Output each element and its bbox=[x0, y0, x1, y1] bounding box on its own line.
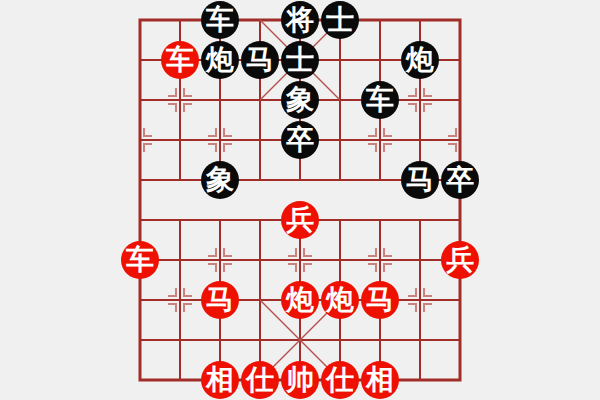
piece-glyph: 仕 bbox=[246, 366, 274, 394]
board-point bbox=[240, 200, 280, 240]
board-point bbox=[200, 240, 240, 280]
piece-black-advisor[interactable]: 士 bbox=[321, 1, 359, 39]
board-point bbox=[440, 280, 480, 320]
piece-black-elephant[interactable]: 象 bbox=[201, 161, 239, 199]
board-point bbox=[120, 280, 160, 320]
board-point bbox=[160, 80, 200, 120]
board-point bbox=[240, 280, 280, 320]
piece-glyph: 车 bbox=[206, 6, 234, 34]
board-point: 炮 bbox=[280, 280, 320, 320]
board-point bbox=[240, 240, 280, 280]
board-point: 马 bbox=[240, 40, 280, 80]
xiangqi-board: 车将士车炮马士炮象车卒象马卒兵车兵马炮炮马相仕帅仕相 bbox=[120, 0, 480, 400]
board-point: 炮 bbox=[320, 280, 360, 320]
board-point: 马 bbox=[360, 280, 400, 320]
board-point bbox=[120, 160, 160, 200]
board-point: 炮 bbox=[400, 40, 440, 80]
board-point bbox=[360, 40, 400, 80]
board-point bbox=[120, 0, 160, 40]
board-point: 象 bbox=[280, 80, 320, 120]
piece-red-cannon[interactable]: 炮 bbox=[281, 281, 319, 319]
board-point bbox=[160, 320, 200, 360]
piece-black-soldier[interactable]: 卒 bbox=[281, 121, 319, 159]
board-point: 仕 bbox=[320, 360, 360, 400]
board-point bbox=[120, 200, 160, 240]
piece-red-horse[interactable]: 马 bbox=[201, 281, 239, 319]
piece-glyph: 炮 bbox=[326, 286, 354, 314]
board-point bbox=[280, 240, 320, 280]
piece-glyph: 马 bbox=[406, 166, 434, 194]
board-point: 相 bbox=[200, 360, 240, 400]
board-point bbox=[440, 40, 480, 80]
piece-glyph: 炮 bbox=[206, 46, 234, 74]
piece-red-elephant[interactable]: 相 bbox=[201, 361, 239, 399]
piece-glyph: 帅 bbox=[286, 366, 314, 394]
board-point bbox=[440, 200, 480, 240]
board-point bbox=[440, 360, 480, 400]
piece-glyph: 卒 bbox=[446, 166, 474, 194]
board-point bbox=[120, 360, 160, 400]
board-point: 兵 bbox=[440, 240, 480, 280]
board-point bbox=[360, 0, 400, 40]
piece-glyph: 相 bbox=[206, 366, 234, 394]
piece-glyph: 士 bbox=[286, 46, 314, 74]
board-point bbox=[400, 280, 440, 320]
board-point bbox=[440, 320, 480, 360]
piece-red-advisor[interactable]: 仕 bbox=[241, 361, 279, 399]
board-point bbox=[200, 80, 240, 120]
piece-black-cannon[interactable]: 炮 bbox=[401, 41, 439, 79]
board-point: 炮 bbox=[200, 40, 240, 80]
board-point bbox=[160, 160, 200, 200]
board-point bbox=[200, 120, 240, 160]
board-point bbox=[160, 280, 200, 320]
piece-red-cannon[interactable]: 炮 bbox=[321, 281, 359, 319]
board-point bbox=[160, 240, 200, 280]
piece-black-chariot[interactable]: 车 bbox=[361, 81, 399, 119]
board-point bbox=[400, 240, 440, 280]
piece-glyph: 车 bbox=[126, 246, 154, 274]
board-point bbox=[160, 200, 200, 240]
piece-black-elephant[interactable]: 象 bbox=[281, 81, 319, 119]
piece-black-horse[interactable]: 马 bbox=[241, 41, 279, 79]
piece-black-horse[interactable]: 马 bbox=[401, 161, 439, 199]
board-point bbox=[320, 200, 360, 240]
piece-black-chariot[interactable]: 车 bbox=[201, 1, 239, 39]
board-point bbox=[320, 320, 360, 360]
board-point: 兵 bbox=[280, 200, 320, 240]
piece-glyph: 马 bbox=[206, 286, 234, 314]
board-point: 相 bbox=[360, 360, 400, 400]
board-point bbox=[320, 240, 360, 280]
board-point: 象 bbox=[200, 160, 240, 200]
piece-black-general[interactable]: 将 bbox=[281, 1, 319, 39]
piece-red-general[interactable]: 帅 bbox=[281, 361, 319, 399]
piece-red-soldier[interactable]: 兵 bbox=[441, 241, 479, 279]
board-point bbox=[320, 160, 360, 200]
board-point bbox=[400, 200, 440, 240]
piece-glyph: 兵 bbox=[446, 246, 474, 274]
piece-red-soldier[interactable]: 兵 bbox=[281, 201, 319, 239]
board-point: 车 bbox=[160, 40, 200, 80]
board-point bbox=[240, 320, 280, 360]
board-point bbox=[400, 120, 440, 160]
piece-glyph: 车 bbox=[166, 46, 194, 74]
board-point bbox=[360, 200, 400, 240]
board-point bbox=[440, 120, 480, 160]
board-point bbox=[280, 160, 320, 200]
board-point: 卒 bbox=[280, 120, 320, 160]
piece-glyph: 士 bbox=[326, 6, 354, 34]
board-point: 士 bbox=[320, 0, 360, 40]
board-point bbox=[400, 0, 440, 40]
piece-glyph: 炮 bbox=[286, 286, 314, 314]
piece-red-elephant[interactable]: 相 bbox=[361, 361, 399, 399]
board-point bbox=[120, 40, 160, 80]
board-point bbox=[280, 320, 320, 360]
board-point: 仕 bbox=[240, 360, 280, 400]
piece-glyph: 马 bbox=[366, 286, 394, 314]
board-point bbox=[240, 120, 280, 160]
board-point bbox=[360, 120, 400, 160]
piece-glyph: 兵 bbox=[286, 206, 314, 234]
board-point bbox=[400, 320, 440, 360]
piece-glyph: 车 bbox=[366, 86, 394, 114]
piece-glyph: 马 bbox=[246, 46, 274, 74]
piece-glyph: 象 bbox=[206, 166, 234, 194]
xiangqi-diagram: 车将士车炮马士炮象车卒象马卒兵车兵马炮炮马相仕帅仕相 bbox=[0, 0, 600, 400]
board-point bbox=[400, 80, 440, 120]
piece-glyph: 炮 bbox=[406, 46, 434, 74]
board-point bbox=[200, 320, 240, 360]
piece-black-soldier[interactable]: 卒 bbox=[441, 161, 479, 199]
board-point bbox=[320, 80, 360, 120]
piece-red-chariot[interactable]: 车 bbox=[161, 41, 199, 79]
board-point bbox=[320, 40, 360, 80]
board-point bbox=[200, 200, 240, 240]
board-point bbox=[320, 120, 360, 160]
board-point: 将 bbox=[280, 0, 320, 40]
piece-black-cannon[interactable]: 炮 bbox=[201, 41, 239, 79]
piece-glyph: 象 bbox=[286, 86, 314, 114]
piece-glyph: 仕 bbox=[326, 366, 354, 394]
board-point bbox=[240, 160, 280, 200]
board-point bbox=[440, 0, 480, 40]
piece-black-advisor[interactable]: 士 bbox=[281, 41, 319, 79]
board-point bbox=[120, 80, 160, 120]
board-point: 帅 bbox=[280, 360, 320, 400]
board-point bbox=[160, 120, 200, 160]
board-point bbox=[160, 0, 200, 40]
board-point: 车 bbox=[120, 240, 160, 280]
board-point bbox=[240, 80, 280, 120]
piece-red-chariot[interactable]: 车 bbox=[121, 241, 159, 279]
piece-glyph: 卒 bbox=[286, 126, 314, 154]
board-point bbox=[360, 320, 400, 360]
board-point: 士 bbox=[280, 40, 320, 80]
board-point bbox=[400, 360, 440, 400]
piece-red-horse[interactable]: 马 bbox=[361, 281, 399, 319]
board-point: 马 bbox=[200, 280, 240, 320]
board-point bbox=[440, 80, 480, 120]
piece-red-advisor[interactable]: 仕 bbox=[321, 361, 359, 399]
board-point bbox=[120, 320, 160, 360]
board-point: 车 bbox=[200, 0, 240, 40]
board-point: 卒 bbox=[440, 160, 480, 200]
board-point: 马 bbox=[400, 160, 440, 200]
board-point bbox=[240, 0, 280, 40]
board-point bbox=[160, 360, 200, 400]
board-point: 车 bbox=[360, 80, 400, 120]
board-point bbox=[360, 240, 400, 280]
piece-glyph: 相 bbox=[366, 366, 394, 394]
board-point bbox=[360, 160, 400, 200]
piece-glyph: 将 bbox=[286, 6, 314, 34]
board-point bbox=[120, 120, 160, 160]
